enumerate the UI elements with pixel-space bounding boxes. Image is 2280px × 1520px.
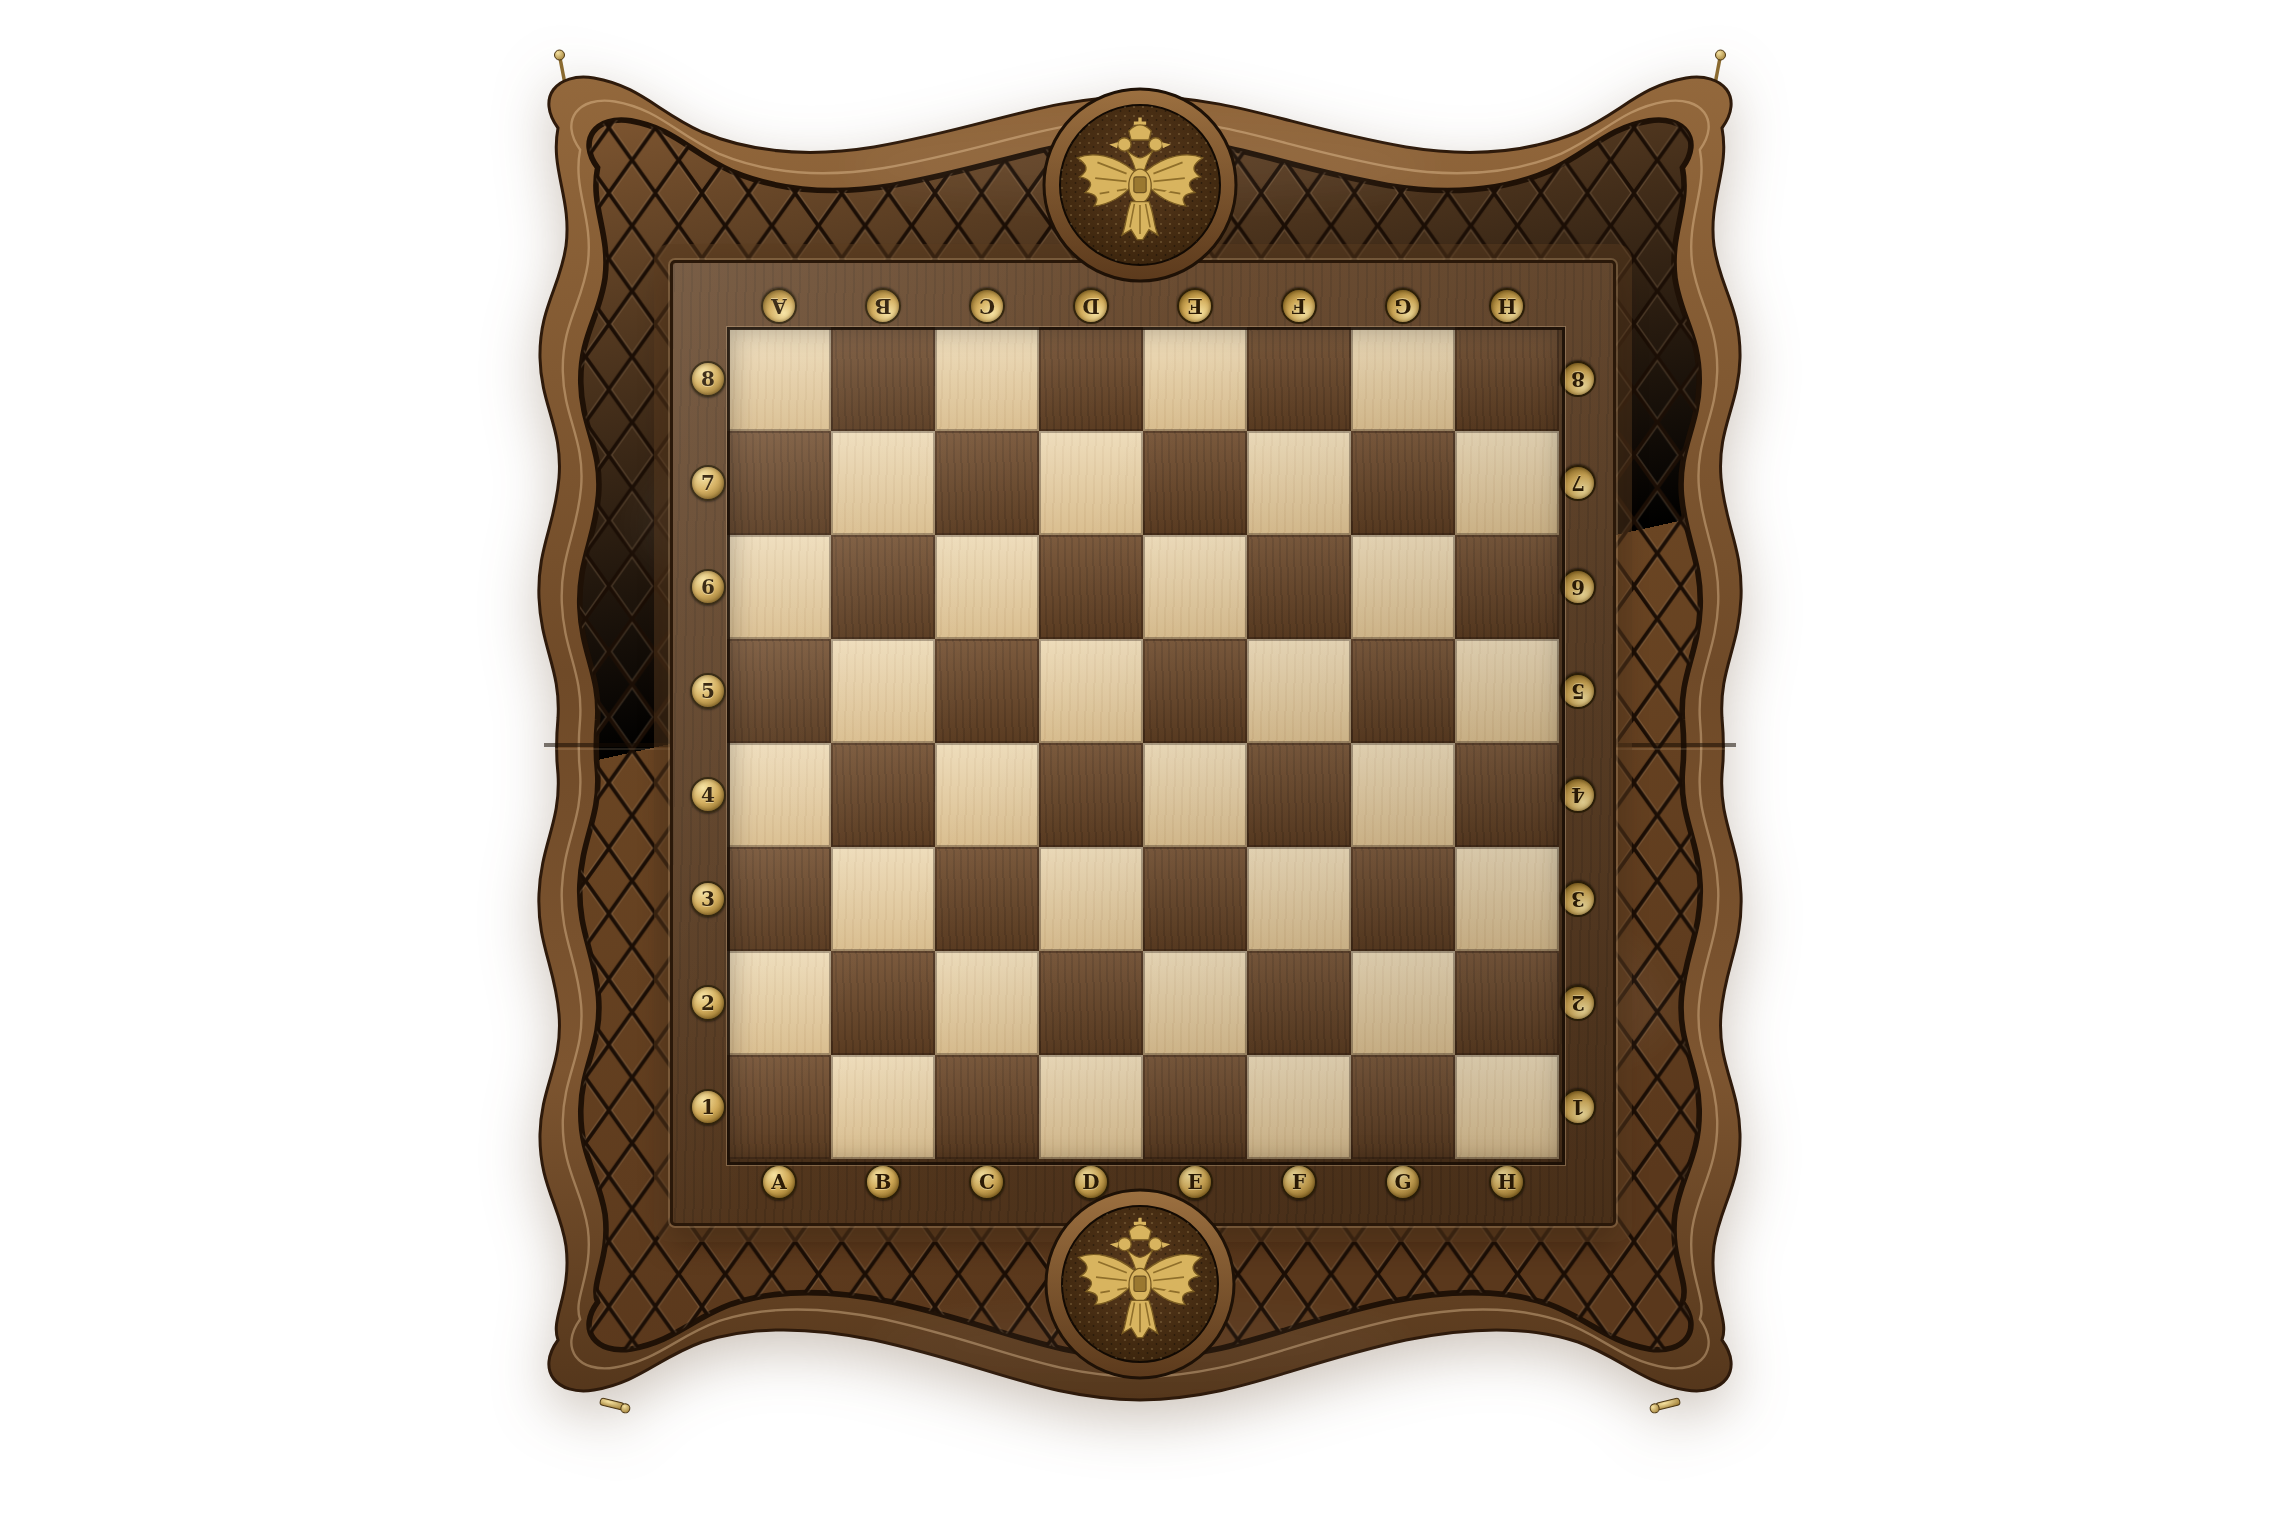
square-a4[interactable] — [727, 743, 831, 847]
square-c5[interactable] — [935, 639, 1039, 743]
file-label-bottom: F — [1281, 1164, 1317, 1200]
rank-label-right: 5 — [1560, 673, 1596, 709]
square-d6[interactable] — [1039, 535, 1143, 639]
file-label-top: F — [1281, 288, 1317, 324]
square-h4[interactable] — [1455, 743, 1559, 847]
rank-label-right-cell: 3 — [1559, 847, 1613, 951]
file-label-bottom: C — [969, 1164, 1005, 1200]
square-b6[interactable] — [831, 535, 935, 639]
square-e6[interactable] — [1143, 535, 1247, 639]
file-label-bottom-cell: C — [935, 1159, 1039, 1223]
square-g7[interactable] — [1351, 431, 1455, 535]
file-label-top-cell: F — [1247, 263, 1351, 327]
file-label-top-cell: C — [935, 263, 1039, 327]
file-label-top: E — [1177, 288, 1213, 324]
square-c1[interactable] — [935, 1055, 1039, 1159]
square-b1[interactable] — [831, 1055, 935, 1159]
hinge-pin-top-right — [1715, 50, 1726, 84]
square-d7[interactable] — [1039, 431, 1143, 535]
square-b5[interactable] — [831, 639, 935, 743]
square-h2[interactable] — [1455, 951, 1559, 1055]
rank-label-right-cell: 4 — [1559, 743, 1613, 847]
square-d8[interactable] — [1039, 327, 1143, 431]
chess-board: ABCDEFGH8877665544332211ABCDEFGH — [670, 260, 1616, 1226]
square-d2[interactable] — [1039, 951, 1143, 1055]
file-label-bottom-cell: A — [727, 1159, 831, 1223]
square-d1[interactable] — [1039, 1055, 1143, 1159]
square-d4[interactable] — [1039, 743, 1143, 847]
board-corner — [673, 263, 727, 327]
square-e7[interactable] — [1143, 431, 1247, 535]
square-f4[interactable] — [1247, 743, 1351, 847]
square-a8[interactable] — [727, 327, 831, 431]
file-label-top: C — [969, 288, 1005, 324]
rank-label-left: 6 — [690, 569, 726, 605]
square-b7[interactable] — [831, 431, 935, 535]
rank-label-right-cell: 6 — [1559, 535, 1613, 639]
square-g2[interactable] — [1351, 951, 1455, 1055]
square-e1[interactable] — [1143, 1055, 1247, 1159]
square-b4[interactable] — [831, 743, 935, 847]
square-h6[interactable] — [1455, 535, 1559, 639]
square-c7[interactable] — [935, 431, 1039, 535]
square-f2[interactable] — [1247, 951, 1351, 1055]
rank-label-left-cell: 7 — [673, 431, 727, 535]
rank-label-left: 4 — [690, 777, 726, 813]
rank-label-left-cell: 3 — [673, 847, 727, 951]
file-label-bottom-cell: E — [1143, 1159, 1247, 1223]
square-c4[interactable] — [935, 743, 1039, 847]
square-g5[interactable] — [1351, 639, 1455, 743]
rank-label-right: 8 — [1560, 361, 1596, 397]
rank-label-right: 2 — [1560, 985, 1596, 1021]
square-b2[interactable] — [831, 951, 935, 1055]
square-a5[interactable] — [727, 639, 831, 743]
rank-label-right-cell: 5 — [1559, 639, 1613, 743]
hinge-pin-top-left — [555, 50, 566, 84]
square-a2[interactable] — [727, 951, 831, 1055]
square-f8[interactable] — [1247, 327, 1351, 431]
rank-label-left-cell: 8 — [673, 327, 727, 431]
square-e2[interactable] — [1143, 951, 1247, 1055]
rank-label-left: 7 — [690, 465, 726, 501]
file-label-top-cell: H — [1455, 263, 1559, 327]
square-h8[interactable] — [1455, 327, 1559, 431]
file-label-bottom: B — [865, 1164, 901, 1200]
square-f5[interactable] — [1247, 639, 1351, 743]
square-f1[interactable] — [1247, 1055, 1351, 1159]
file-label-top: D — [1073, 288, 1109, 324]
rank-label-left-cell: 2 — [673, 951, 727, 1055]
file-label-bottom-cell: H — [1455, 1159, 1559, 1223]
square-e4[interactable] — [1143, 743, 1247, 847]
rank-label-left-cell: 4 — [673, 743, 727, 847]
file-label-top-cell: G — [1351, 263, 1455, 327]
file-label-top-cell: D — [1039, 263, 1143, 327]
file-label-bottom-cell: B — [831, 1159, 935, 1223]
file-label-top: A — [761, 288, 797, 324]
rank-label-left: 5 — [690, 673, 726, 709]
rank-label-right: 6 — [1560, 569, 1596, 605]
rank-label-right: 3 — [1560, 881, 1596, 917]
rank-label-left-cell: 5 — [673, 639, 727, 743]
rank-label-right-cell: 1 — [1559, 1055, 1613, 1159]
file-label-bottom: D — [1073, 1164, 1109, 1200]
rank-label-left-cell: 1 — [673, 1055, 727, 1159]
rank-label-right: 4 — [1560, 777, 1596, 813]
square-g3[interactable] — [1351, 847, 1455, 951]
file-label-bottom-cell: F — [1247, 1159, 1351, 1223]
square-c2[interactable] — [935, 951, 1039, 1055]
square-b3[interactable] — [831, 847, 935, 951]
square-h5[interactable] — [1455, 639, 1559, 743]
rank-label-right-cell: 7 — [1559, 431, 1613, 535]
file-label-bottom-cell: G — [1351, 1159, 1455, 1223]
square-c6[interactable] — [935, 535, 1039, 639]
square-f7[interactable] — [1247, 431, 1351, 535]
file-label-bottom-cell: D — [1039, 1159, 1143, 1223]
rank-label-left: 3 — [690, 881, 726, 917]
board-corner — [673, 1159, 727, 1223]
rank-label-right: 1 — [1560, 1089, 1596, 1125]
board-corner — [1559, 263, 1613, 327]
square-g4[interactable] — [1351, 743, 1455, 847]
square-f3[interactable] — [1247, 847, 1351, 951]
square-a3[interactable] — [727, 847, 831, 951]
file-label-top-cell: B — [831, 263, 935, 327]
rank-label-right-cell: 8 — [1559, 327, 1613, 431]
rank-label-right-cell: 2 — [1559, 951, 1613, 1055]
file-label-top: G — [1385, 288, 1421, 324]
file-label-top-cell: E — [1143, 263, 1247, 327]
file-label-top: B — [865, 288, 901, 324]
square-g1[interactable] — [1351, 1055, 1455, 1159]
square-h1[interactable] — [1455, 1055, 1559, 1159]
file-label-bottom: E — [1177, 1164, 1213, 1200]
file-label-bottom: A — [761, 1164, 797, 1200]
square-g8[interactable] — [1351, 327, 1455, 431]
rank-label-left: 1 — [690, 1089, 726, 1125]
square-e5[interactable] — [1143, 639, 1247, 743]
file-label-top: H — [1489, 288, 1525, 324]
square-g6[interactable] — [1351, 535, 1455, 639]
photo-canvas: ABCDEFGH8877665544332211ABCDEFGH — [0, 0, 2280, 1520]
square-e8[interactable] — [1143, 327, 1247, 431]
square-f6[interactable] — [1247, 535, 1351, 639]
square-a6[interactable] — [727, 535, 831, 639]
square-a7[interactable] — [727, 431, 831, 535]
square-b8[interactable] — [831, 327, 935, 431]
square-d3[interactable] — [1039, 847, 1143, 951]
square-h3[interactable] — [1455, 847, 1559, 951]
rank-label-left: 8 — [690, 361, 726, 397]
file-label-bottom: G — [1385, 1164, 1421, 1200]
rank-label-left: 2 — [690, 985, 726, 1021]
rank-label-right: 7 — [1560, 465, 1596, 501]
square-d5[interactable] — [1039, 639, 1143, 743]
square-e3[interactable] — [1143, 847, 1247, 951]
square-h7[interactable] — [1455, 431, 1559, 535]
square-a1[interactable] — [727, 1055, 831, 1159]
square-c3[interactable] — [935, 847, 1039, 951]
square-c8[interactable] — [935, 327, 1039, 431]
file-label-top-cell: A — [727, 263, 831, 327]
carved-chess-case: ABCDEFGH8877665544332211ABCDEFGH — [520, 50, 1760, 1460]
file-label-bottom: H — [1489, 1164, 1525, 1200]
board-corner — [1559, 1159, 1613, 1223]
rank-label-left-cell: 6 — [673, 535, 727, 639]
